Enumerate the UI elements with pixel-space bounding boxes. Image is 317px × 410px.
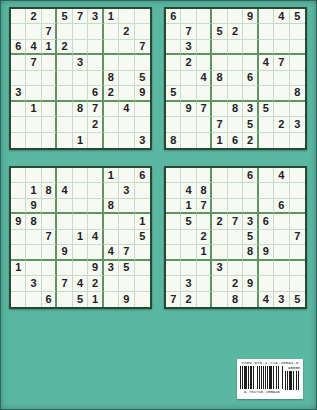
sudoku-cell: 4: [26, 40, 41, 55]
sudoku-cell: [212, 9, 227, 24]
sudoku-cell: [259, 261, 274, 276]
addon-barcode: [285, 371, 300, 390]
sudoku-cell: [88, 183, 103, 198]
sudoku-cell: [104, 183, 119, 198]
sudoku-cell: [197, 9, 212, 24]
sudoku-cell: [73, 261, 88, 276]
sudoku-cell: [88, 214, 103, 229]
sudoku-cell: [290, 199, 305, 214]
sudoku-cell: [119, 55, 134, 70]
sudoku-cell: 7: [119, 245, 134, 260]
sudoku-cell: [57, 168, 72, 183]
sudoku-cell: [181, 86, 196, 101]
sudoku-cell: 2: [104, 86, 119, 101]
sudoku-cell: 9: [88, 261, 103, 276]
sudoku-cell: [166, 245, 181, 260]
sudoku-cell: [57, 214, 72, 229]
sudoku-cell: [57, 261, 72, 276]
sudoku-cell: [212, 292, 227, 307]
sudoku-cell: [166, 71, 181, 86]
sudoku-cell: [119, 230, 134, 245]
sudoku-cell: [181, 9, 196, 24]
sudoku-cell: [243, 86, 258, 101]
sudoku-cell: [259, 40, 274, 55]
sudoku-cell: [166, 102, 181, 117]
sudoku-cell: 7: [274, 55, 289, 70]
sudoku-cell: [243, 55, 258, 70]
sudoku-cell: [197, 24, 212, 39]
sudoku-cell: [212, 245, 227, 260]
barcode-codes: 9 781716 255946 90000: [237, 365, 303, 394]
sudoku-cell: 3: [243, 102, 258, 117]
sudoku-grid-top-left: 257317264127738536291874213: [9, 7, 152, 150]
sudoku-cell: [290, 276, 305, 291]
sudoku-cell: 7: [166, 292, 181, 307]
sudoku-cell: 3: [88, 9, 103, 24]
sudoku-cell: [11, 55, 26, 70]
sudoku-cell: [73, 214, 88, 229]
sudoku-cell: [181, 245, 196, 260]
sudoku-cell: 3: [119, 183, 134, 198]
sudoku-cell: [228, 168, 243, 183]
sudoku-cell: 1: [104, 168, 119, 183]
sudoku-cell: 3: [274, 292, 289, 307]
sudoku-cell: [42, 214, 57, 229]
sudoku-cell: [88, 24, 103, 39]
sudoku-cell: 9: [243, 9, 258, 24]
sudoku-cell: [259, 133, 274, 148]
sudoku-cell: [274, 86, 289, 101]
sudoku-cell: [212, 168, 227, 183]
sudoku-cell: [119, 133, 134, 148]
sudoku-cell: 7: [26, 55, 41, 70]
sudoku-cell: [166, 168, 181, 183]
sudoku-cell: 2: [181, 55, 196, 70]
sudoku-cell: 5: [135, 71, 150, 86]
sudoku-cell: 3: [135, 133, 150, 148]
sudoku-cell: 6: [42, 292, 57, 307]
sudoku-cell: 3: [11, 86, 26, 101]
sudoku-cell: [135, 245, 150, 260]
sudoku-cell: [290, 102, 305, 117]
sudoku-cell: [135, 183, 150, 198]
sudoku-cell: [104, 24, 119, 39]
sudoku-cell: 9: [181, 102, 196, 117]
sudoku-cell: 8: [212, 71, 227, 86]
sudoku-cell: 9: [26, 199, 41, 214]
sudoku-cell: 4: [274, 9, 289, 24]
sudoku-cell: [274, 230, 289, 245]
sudoku-cell: [104, 117, 119, 132]
sudoku-grid-bottom-left: 161843989817145947193537426519: [9, 166, 152, 309]
sudoku-cell: [57, 117, 72, 132]
sudoku-cell: 7: [88, 102, 103, 117]
sudoku-cell: 7: [135, 40, 150, 55]
sudoku-cell: 6: [259, 214, 274, 229]
sudoku-cell: [290, 261, 305, 276]
sudoku-cell: [228, 86, 243, 101]
sudoku-cell: 3: [181, 40, 196, 55]
sudoku-cell: [243, 40, 258, 55]
book-back-cover: 257317264127738536291874213 694575232474…: [0, 0, 317, 410]
sudoku-cell: 6: [88, 86, 103, 101]
sudoku-cell: 1: [26, 183, 41, 198]
sudoku-cell: [259, 71, 274, 86]
sudoku-cell: 7: [197, 102, 212, 117]
sudoku-cell: [274, 183, 289, 198]
sudoku-cell: [243, 24, 258, 39]
sudoku-cell: [290, 168, 305, 183]
sudoku-cell: [119, 71, 134, 86]
sudoku-cell: 9: [259, 245, 274, 260]
sudoku-cell: [119, 168, 134, 183]
sudoku-cell: [166, 40, 181, 55]
sudoku-cell: 2: [228, 24, 243, 39]
sudoku-cell: [259, 24, 274, 39]
sudoku-cell: 2: [181, 292, 196, 307]
sudoku-cell: 2: [243, 133, 258, 148]
sudoku-cell: [197, 168, 212, 183]
sudoku-cell: [181, 261, 196, 276]
sudoku-cell: [11, 133, 26, 148]
sudoku-cell: [26, 168, 41, 183]
sudoku-cell: [197, 214, 212, 229]
sudoku-cell: [57, 133, 72, 148]
sudoku-cell: 4: [57, 183, 72, 198]
sudoku-cell: [228, 245, 243, 260]
sudoku-cell: 5: [290, 292, 305, 307]
sudoku-cell: 4: [104, 245, 119, 260]
sudoku-cell: [57, 55, 72, 70]
sudoku-cell: [212, 102, 227, 117]
sudoku-cell: [274, 214, 289, 229]
sudoku-cell: 1: [73, 230, 88, 245]
sudoku-cell: 3: [104, 261, 119, 276]
sudoku-cell: 2: [212, 214, 227, 229]
sudoku-cell: 8: [228, 292, 243, 307]
sudoku-cell: [88, 168, 103, 183]
sudoku-cell: 6: [135, 168, 150, 183]
sudoku-cell: 8: [104, 71, 119, 86]
ean-barcode: [240, 366, 284, 389]
sudoku-cell: [135, 117, 150, 132]
sudoku-cell: [135, 55, 150, 70]
sudoku-grid-top-right: 69457523247486589783575238162: [164, 7, 307, 150]
sudoku-cell: 7: [42, 24, 57, 39]
sudoku-cell: 5: [135, 230, 150, 245]
sudoku-cell: [212, 199, 227, 214]
sudoku-cell: [11, 292, 26, 307]
sudoku-cell: 1: [42, 40, 57, 55]
sudoku-cell: [42, 71, 57, 86]
sudoku-cell: 4: [119, 102, 134, 117]
sudoku-cell: [166, 183, 181, 198]
sudoku-cell: [26, 71, 41, 86]
sudoku-cell: [166, 261, 181, 276]
sudoku-cell: [197, 292, 212, 307]
sudoku-cell: [228, 183, 243, 198]
sudoku-cell: 5: [243, 117, 258, 132]
sudoku-cell: 2: [119, 24, 134, 39]
sudoku-cell: [42, 86, 57, 101]
sudoku-cell: [212, 276, 227, 291]
sudoku-cell: 7: [181, 24, 196, 39]
sudoku-cell: [57, 230, 72, 245]
sudoku-cell: 1: [104, 9, 119, 24]
sudoku-cell: [166, 199, 181, 214]
sudoku-cell: 3: [181, 276, 196, 291]
sudoku-cell: [290, 245, 305, 260]
sudoku-cell: [228, 40, 243, 55]
sudoku-cell: [197, 133, 212, 148]
sudoku-cell: [73, 117, 88, 132]
sudoku-cell: [119, 86, 134, 101]
sudoku-cell: [259, 199, 274, 214]
sudoku-cell: [88, 199, 103, 214]
sudoku-cell: 6: [11, 40, 26, 55]
sudoku-cell: [42, 55, 57, 70]
sudoku-cell: [42, 9, 57, 24]
sudoku-cell: [166, 117, 181, 132]
ean-digits: 9 781716 255946: [240, 390, 284, 394]
sudoku-cell: [26, 261, 41, 276]
sudoku-cell: [212, 183, 227, 198]
sudoku-cell: [73, 86, 88, 101]
sudoku-cell: [57, 86, 72, 101]
sudoku-cell: [88, 133, 103, 148]
sudoku-cell: [243, 292, 258, 307]
sudoku-cell: 4: [259, 292, 274, 307]
sudoku-cell: [11, 9, 26, 24]
sudoku-cell: [274, 71, 289, 86]
sudoku-cell: [228, 261, 243, 276]
sudoku-cell: [26, 86, 41, 101]
sudoku-cell: [274, 261, 289, 276]
sudoku-cell: [11, 199, 26, 214]
sudoku-cell: [42, 117, 57, 132]
sudoku-cell: [181, 230, 196, 245]
sudoku-cell: 2: [26, 9, 41, 24]
sudoku-cell: [42, 199, 57, 214]
sudoku-cell: [57, 102, 72, 117]
sudoku-cell: [26, 24, 41, 39]
sudoku-cell: [42, 261, 57, 276]
sudoku-cell: [104, 133, 119, 148]
sudoku-cell: [73, 71, 88, 86]
sudoku-cell: 4: [88, 230, 103, 245]
sudoku-cell: 8: [290, 86, 305, 101]
sudoku-cell: [119, 9, 134, 24]
sudoku-cell: 7: [197, 199, 212, 214]
sudoku-cell: [11, 168, 26, 183]
sudoku-cell: [228, 230, 243, 245]
sudoku-cell: [290, 214, 305, 229]
sudoku-cell: [290, 133, 305, 148]
sudoku-cell: [274, 133, 289, 148]
sudoku-cell: [119, 40, 134, 55]
sudoku-cell: 7: [42, 230, 57, 245]
sudoku-cell: [104, 230, 119, 245]
isbn-text: ISBN 978-1-716-25594-6: [237, 361, 303, 365]
sudoku-cell: 5: [290, 9, 305, 24]
sudoku-cell: [181, 133, 196, 148]
sudoku-cell: 1: [26, 102, 41, 117]
sudoku-cell: 5: [119, 261, 134, 276]
sudoku-cell: 8: [26, 214, 41, 229]
sudoku-cell: [26, 245, 41, 260]
sudoku-cell: 3: [243, 214, 258, 229]
sudoku-cell: 3: [212, 261, 227, 276]
sudoku-cell: 5: [243, 230, 258, 245]
sudoku-cell: [166, 55, 181, 70]
sudoku-cell: 3: [73, 55, 88, 70]
sudoku-cell: [73, 24, 88, 39]
sudoku-cell: [26, 117, 41, 132]
sudoku-cell: [166, 24, 181, 39]
sudoku-cell: 1: [181, 199, 196, 214]
sudoku-cell: [274, 102, 289, 117]
sudoku-cell: [181, 117, 196, 132]
sudoku-cell: 6: [166, 9, 181, 24]
sudoku-cell: [26, 292, 41, 307]
sudoku-grid-bottom-right: 6448176527362571893329728435: [164, 166, 307, 309]
sudoku-cell: 5: [57, 9, 72, 24]
sudoku-cell: [197, 117, 212, 132]
sudoku-cell: [88, 245, 103, 260]
sudoku-cell: 5: [259, 102, 274, 117]
sudoku-cell: [42, 276, 57, 291]
sudoku-cell: 9: [11, 214, 26, 229]
sudoku-cell: 9: [119, 292, 134, 307]
sudoku-cell: [228, 71, 243, 86]
sudoku-cell: [197, 40, 212, 55]
sudoku-cell: [274, 245, 289, 260]
sudoku-cell: [274, 276, 289, 291]
sudoku-cell: 6: [228, 133, 243, 148]
sudoku-cell: 7: [228, 214, 243, 229]
sudoku-cell: [73, 40, 88, 55]
sudoku-cell: [57, 199, 72, 214]
sudoku-cell: [11, 24, 26, 39]
sudoku-cell: [42, 245, 57, 260]
sudoku-cell: [11, 183, 26, 198]
sudoku-cell: 7: [290, 230, 305, 245]
sudoku-cell: 8: [42, 183, 57, 198]
sudoku-cell: 1: [197, 245, 212, 260]
sudoku-cell: [119, 199, 134, 214]
sudoku-cell: [104, 292, 119, 307]
sudoku-cell: 9: [57, 245, 72, 260]
sudoku-cell: [104, 55, 119, 70]
sudoku-cell: 2: [57, 40, 72, 55]
sudoku-cell: [228, 55, 243, 70]
sudoku-cell: [259, 117, 274, 132]
sudoku-cell: [197, 276, 212, 291]
sudoku-cell: 2: [274, 117, 289, 132]
sudoku-cell: [42, 102, 57, 117]
sudoku-cell: [88, 55, 103, 70]
sudoku-cell: 3: [290, 117, 305, 132]
sudoku-cell: [212, 230, 227, 245]
sudoku-cell: 2: [228, 276, 243, 291]
sudoku-cell: 4: [197, 71, 212, 86]
sudoku-cell: 5: [166, 86, 181, 101]
sudoku-cell: 8: [73, 102, 88, 117]
sudoku-cell: [11, 276, 26, 291]
sudoku-cell: [88, 71, 103, 86]
sudoku-cell: [290, 40, 305, 55]
ean-barcode-block: 9 781716 255946: [240, 366, 284, 394]
sudoku-cell: [11, 117, 26, 132]
sudoku-cell: 8: [197, 183, 212, 198]
sudoku-cell: 1: [11, 261, 26, 276]
sudoku-cell: [197, 261, 212, 276]
sudoku-cell: [26, 230, 41, 245]
sudoku-cell: [135, 199, 150, 214]
addon-barcode-block: 90000: [285, 366, 300, 394]
sudoku-cell: 5: [73, 292, 88, 307]
sudoku-cell: [119, 214, 134, 229]
sudoku-cell: 7: [212, 117, 227, 132]
sudoku-cell: [166, 276, 181, 291]
sudoku-cell: 4: [274, 168, 289, 183]
sudoku-cell: 8: [166, 133, 181, 148]
sudoku-cell: [135, 24, 150, 39]
sudoku-cell: [290, 71, 305, 86]
price-code-text: 90000: [285, 366, 300, 370]
sudoku-cell: 7: [73, 9, 88, 24]
sudoku-cell: 8: [243, 245, 258, 260]
sudoku-cell: [212, 86, 227, 101]
sudoku-cell: [73, 168, 88, 183]
sudoku-cell: 5: [181, 214, 196, 229]
sudoku-cell: 4: [259, 55, 274, 70]
sudoku-cell: [104, 276, 119, 291]
sudoku-cell: [135, 9, 150, 24]
sudoku-cell: 6: [274, 199, 289, 214]
sudoku-cell: 6: [243, 71, 258, 86]
sudoku-cell: [274, 24, 289, 39]
sudoku-cell: 2: [197, 230, 212, 245]
sudoku-cell: [243, 261, 258, 276]
sudoku-cell: [104, 214, 119, 229]
sudoku-cell: 3: [26, 276, 41, 291]
sudoku-cell: [57, 71, 72, 86]
barcode-label: ISBN 978-1-716-25594-6 9 781716 255946 9…: [237, 359, 303, 399]
sudoku-cell: [73, 245, 88, 260]
sudoku-cell: [11, 230, 26, 245]
sudoku-cell: 1: [73, 133, 88, 148]
sudoku-cell: [135, 276, 150, 291]
sudoku-cell: [42, 168, 57, 183]
sudoku-cell: [259, 276, 274, 291]
sudoku-cell: [259, 9, 274, 24]
sudoku-cell: [197, 55, 212, 70]
sudoku-cell: [197, 86, 212, 101]
sudoku-cell: [135, 261, 150, 276]
sudoku-cell: [274, 40, 289, 55]
sudoku-cell: [212, 40, 227, 55]
sudoku-cell: [243, 183, 258, 198]
sudoku-cell: [290, 24, 305, 39]
sudoku-cell: [290, 183, 305, 198]
sudoku-cell: [259, 86, 274, 101]
sudoku-cell: [166, 230, 181, 245]
sudoku-cell: 8: [104, 199, 119, 214]
sudoku-cell: [88, 40, 103, 55]
sudoku-cell: [135, 292, 150, 307]
sudoku-cell: [104, 40, 119, 55]
